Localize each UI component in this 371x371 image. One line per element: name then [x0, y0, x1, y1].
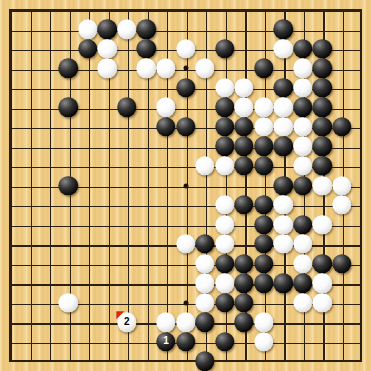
red-triangle-marker — [116, 311, 124, 319]
star-point — [183, 183, 188, 188]
move-number-label: 2 — [124, 317, 130, 327]
star-point — [183, 66, 188, 71]
move-number-label: 1 — [163, 337, 169, 347]
star-point — [183, 300, 188, 305]
black-stone-L1[interactable] — [195, 352, 214, 371]
go-board[interactable]: 21 — [0, 0, 371, 371]
